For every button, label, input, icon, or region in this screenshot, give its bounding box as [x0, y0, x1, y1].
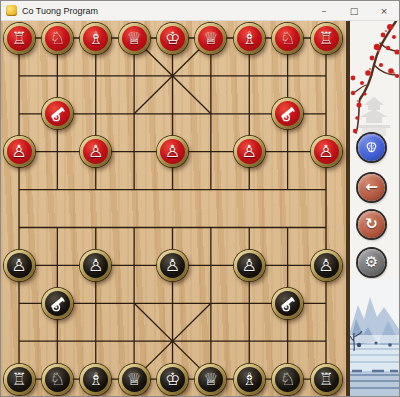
chariot-glyph: ♖	[4, 364, 35, 395]
maximize-button[interactable]: □	[339, 1, 369, 20]
ai-hint-button[interactable]	[358, 134, 385, 161]
soldier-glyph: ♙	[234, 136, 265, 167]
window-title: Co Tuong Program	[22, 6, 98, 16]
brain-icon	[363, 139, 380, 156]
elephant-glyph: ♗	[80, 23, 111, 54]
arrow-left-icon: ←	[365, 180, 378, 195]
pagoda-watermark	[352, 91, 397, 137]
advisor-glyph: ♕	[195, 364, 226, 395]
piece-red-soldier[interactable]: ♙	[234, 136, 265, 167]
piece-black-cannon[interactable]	[42, 288, 73, 319]
piece-red-cannon[interactable]	[272, 98, 303, 129]
app-window: Co Tuong Program – □ × ♖♘♗♕♔♕♗♘♖♙♙♙♙♙♙♙♙…	[0, 0, 400, 397]
app-icon	[6, 5, 17, 16]
advisor-glyph: ♕	[119, 23, 150, 54]
soldier-glyph: ♙	[157, 250, 188, 281]
cannon-glyph	[272, 98, 303, 129]
piece-red-chariot[interactable]: ♖	[4, 23, 35, 54]
piece-black-horse[interactable]: ♘	[272, 364, 303, 395]
piece-red-chariot[interactable]: ♖	[311, 23, 342, 54]
piece-black-chariot[interactable]: ♖	[311, 364, 342, 395]
piece-black-cannon[interactable]	[272, 288, 303, 319]
piece-red-elephant[interactable]: ♗	[234, 23, 265, 54]
piece-black-elephant[interactable]: ♗	[80, 364, 111, 395]
horse-glyph: ♘	[42, 23, 73, 54]
piece-black-soldier[interactable]: ♙	[234, 250, 265, 281]
advisor-glyph: ♕	[195, 23, 226, 54]
piece-red-elephant[interactable]: ♗	[80, 23, 111, 54]
general-glyph: ♔	[157, 23, 188, 54]
piece-black-soldier[interactable]: ♙	[80, 250, 111, 281]
window-controls: – □ ×	[309, 1, 399, 20]
piece-black-horse[interactable]: ♘	[42, 364, 73, 395]
piece-black-advisor[interactable]: ♕	[195, 364, 226, 395]
cannon-glyph	[42, 98, 73, 129]
rotate-clockwise-icon: ↻	[365, 217, 378, 232]
piece-red-soldier[interactable]: ♙	[4, 136, 35, 167]
side-panel: ← ↻ ⚙	[350, 21, 399, 396]
piece-red-horse[interactable]: ♘	[42, 23, 73, 54]
soldier-glyph: ♙	[80, 136, 111, 167]
piece-red-general[interactable]: ♔	[157, 23, 188, 54]
undo-button[interactable]: ←	[358, 174, 385, 201]
piece-red-advisor[interactable]: ♕	[119, 23, 150, 54]
landscape-decoration	[350, 279, 399, 396]
piece-black-soldier[interactable]: ♙	[311, 250, 342, 281]
horse-glyph: ♘	[272, 364, 303, 395]
soldier-glyph: ♙	[157, 136, 188, 167]
piece-red-horse[interactable]: ♘	[272, 23, 303, 54]
soldier-glyph: ♙	[234, 250, 265, 281]
elephant-glyph: ♗	[234, 364, 265, 395]
xiangqi-board[interactable]: ♖♘♗♕♔♕♗♘♖♙♙♙♙♙♙♙♙♙♙♖♘♗♕♔♕♗♘♖	[1, 21, 350, 396]
horse-glyph: ♘	[42, 364, 73, 395]
piece-black-advisor[interactable]: ♕	[119, 364, 150, 395]
horse-glyph: ♘	[272, 23, 303, 54]
elephant-glyph: ♗	[234, 23, 265, 54]
piece-black-elephant[interactable]: ♗	[234, 364, 265, 395]
piece-red-soldier[interactable]: ♙	[311, 136, 342, 167]
chariot-glyph: ♖	[311, 364, 342, 395]
piece-black-soldier[interactable]: ♙	[157, 250, 188, 281]
piece-red-soldier[interactable]: ♙	[80, 136, 111, 167]
elephant-glyph: ♗	[80, 364, 111, 395]
soldier-glyph: ♙	[4, 136, 35, 167]
gear-icon: ⚙	[365, 255, 378, 270]
soldier-glyph: ♙	[4, 250, 35, 281]
soldier-glyph: ♙	[311, 136, 342, 167]
piece-black-soldier[interactable]: ♙	[4, 250, 35, 281]
chariot-glyph: ♖	[4, 23, 35, 54]
cannon-glyph	[272, 288, 303, 319]
soldier-glyph: ♙	[311, 250, 342, 281]
redo-button[interactable]: ↻	[358, 211, 385, 238]
piece-black-general[interactable]: ♔	[157, 364, 188, 395]
general-glyph: ♔	[157, 364, 188, 395]
advisor-glyph: ♕	[119, 364, 150, 395]
piece-red-advisor[interactable]: ♕	[195, 23, 226, 54]
cannon-glyph	[42, 288, 73, 319]
piece-black-chariot[interactable]: ♖	[4, 364, 35, 395]
piece-red-soldier[interactable]: ♙	[157, 136, 188, 167]
minimize-button[interactable]: –	[309, 1, 339, 20]
close-button[interactable]: ×	[369, 1, 399, 20]
cherry-blossom-decoration	[350, 21, 399, 139]
soldier-glyph: ♙	[80, 250, 111, 281]
chariot-glyph: ♖	[311, 23, 342, 54]
settings-button[interactable]: ⚙	[358, 249, 385, 276]
board-grid-lines	[1, 21, 346, 396]
title-bar[interactable]: Co Tuong Program – □ ×	[1, 1, 399, 21]
piece-red-cannon[interactable]	[42, 98, 73, 129]
